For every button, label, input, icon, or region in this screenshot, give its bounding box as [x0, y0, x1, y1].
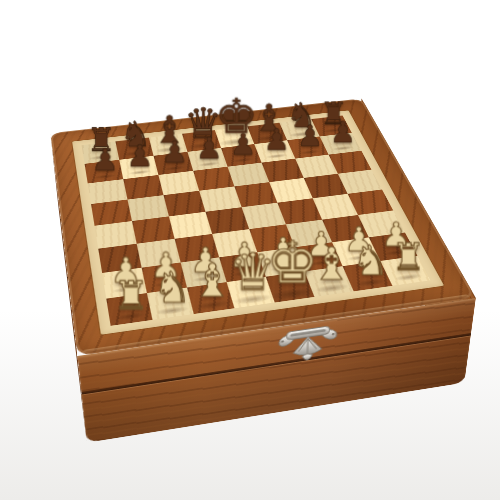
chess-box: ♜♞♝♛♚♝♞♜♟♟♟♟♟♟♟♟♟♟♟♟♟♟♟♟♜♞♝♛♚♝♞♜ — [59, 173, 464, 443]
piece-white-rook-a1[interactable]: ♜ — [113, 275, 148, 314]
piece-white-rook-h1[interactable]: ♜ — [391, 238, 425, 276]
clasp-latch-icon[interactable] — [272, 320, 344, 373]
scene: ♜♞♝♛♚♝♞♜♟♟♟♟♟♟♟♟♟♟♟♟♟♟♟♟♜♞♝♛♚♝♞♜ — [0, 0, 500, 500]
piece-white-knight-g1[interactable]: ♞ — [351, 240, 388, 281]
piece-black-pawn-a7[interactable]: ♟ — [91, 145, 118, 175]
scene-3d: ♜♞♝♛♚♝♞♜♟♟♟♟♟♟♟♟♟♟♟♟♟♟♟♟♜♞♝♛♚♝♞♜ — [0, 0, 500, 500]
piece-white-knight-b1[interactable]: ♞ — [152, 266, 190, 308]
piece-white-queen-d1[interactable]: ♛ — [229, 246, 275, 297]
piece-black-pawn-b7[interactable]: ♟ — [126, 141, 153, 171]
piece-white-bishop-c1[interactable]: ♝ — [191, 257, 232, 303]
